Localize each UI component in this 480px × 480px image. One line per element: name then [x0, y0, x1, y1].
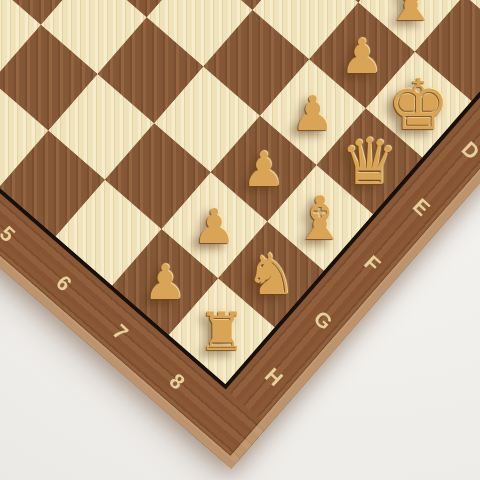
- chess-board: ♚♛♝♞♜♝♟♟♟♟♟12345678ABCDEFGH: [0, 0, 480, 469]
- rank-label-6: 6: [42, 261, 87, 306]
- photo-scene: ♚♛♝♞♜♝♟♟♟♟♟12345678ABCDEFGH: [0, 0, 480, 480]
- piece-white-pawn-h7[interactable]: ♟: [128, 244, 203, 319]
- rank-label-5: 5: [0, 212, 30, 257]
